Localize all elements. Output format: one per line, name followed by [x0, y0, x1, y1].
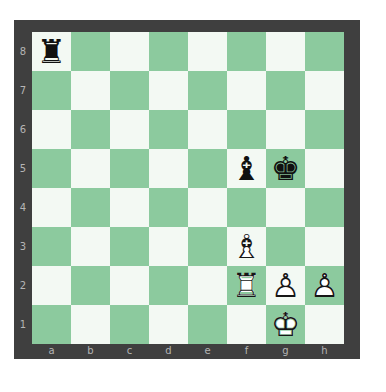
file-label-a: a — [32, 344, 71, 359]
square-h7[interactable] — [305, 71, 344, 110]
rank-label-5: 5 — [14, 149, 32, 188]
rank-label-2: 2 — [14, 266, 32, 305]
square-g1[interactable]: ♚♔ — [266, 305, 305, 344]
piece-outline-layer: ♗ — [232, 227, 262, 266]
square-c6[interactable] — [110, 110, 149, 149]
square-b8[interactable] — [71, 32, 110, 71]
square-e2[interactable] — [188, 266, 227, 305]
square-b1[interactable] — [71, 305, 110, 344]
rank-label-6: 6 — [14, 110, 32, 149]
chess-board-frame: 87654321 ♜♝♚♝♗♜♖♟♙♟♙♚♔ abcdefgh — [14, 20, 360, 359]
square-f6[interactable] — [227, 110, 266, 149]
square-c7[interactable] — [110, 71, 149, 110]
square-e8[interactable] — [188, 32, 227, 71]
rank-label-4: 4 — [14, 188, 32, 227]
square-f3[interactable]: ♝♗ — [227, 227, 266, 266]
square-d6[interactable] — [149, 110, 188, 149]
piece-black-bishop[interactable]: ♝ — [232, 149, 262, 188]
square-d2[interactable] — [149, 266, 188, 305]
square-f4[interactable] — [227, 188, 266, 227]
square-f2[interactable]: ♜♖ — [227, 266, 266, 305]
square-c1[interactable] — [110, 305, 149, 344]
rank-labels: 87654321 — [14, 32, 32, 344]
file-label-e: e — [188, 344, 227, 359]
square-f5[interactable]: ♝ — [227, 149, 266, 188]
square-d4[interactable] — [149, 188, 188, 227]
square-g5[interactable]: ♚ — [266, 149, 305, 188]
rank-label-8: 8 — [14, 32, 32, 71]
file-label-f: f — [227, 344, 266, 359]
piece-outline-layer: ♖ — [232, 266, 262, 305]
rank-label-3: 3 — [14, 227, 32, 266]
square-f8[interactable] — [227, 32, 266, 71]
file-label-b: b — [71, 344, 110, 359]
piece-white-king[interactable]: ♚♔ — [271, 305, 301, 344]
square-a8[interactable]: ♜ — [32, 32, 71, 71]
square-c4[interactable] — [110, 188, 149, 227]
piece-black-rook[interactable]: ♜ — [37, 32, 67, 71]
square-e5[interactable] — [188, 149, 227, 188]
square-d5[interactable] — [149, 149, 188, 188]
square-g7[interactable] — [266, 71, 305, 110]
piece-outline-layer: ♙ — [310, 266, 340, 305]
square-a4[interactable] — [32, 188, 71, 227]
piece-white-rook[interactable]: ♜♖ — [232, 266, 262, 305]
square-g4[interactable] — [266, 188, 305, 227]
square-c5[interactable] — [110, 149, 149, 188]
square-g8[interactable] — [266, 32, 305, 71]
file-label-c: c — [110, 344, 149, 359]
square-h6[interactable] — [305, 110, 344, 149]
square-g3[interactable] — [266, 227, 305, 266]
square-e7[interactable] — [188, 71, 227, 110]
square-c2[interactable] — [110, 266, 149, 305]
square-d3[interactable] — [149, 227, 188, 266]
piece-white-pawn[interactable]: ♟♙ — [310, 266, 340, 305]
square-g2[interactable]: ♟♙ — [266, 266, 305, 305]
square-a7[interactable] — [32, 71, 71, 110]
file-label-h: h — [305, 344, 344, 359]
square-a5[interactable] — [32, 149, 71, 188]
square-e6[interactable] — [188, 110, 227, 149]
file-labels: abcdefgh — [32, 344, 344, 359]
piece-outline-layer: ♙ — [271, 266, 301, 305]
square-a3[interactable] — [32, 227, 71, 266]
square-h4[interactable] — [305, 188, 344, 227]
file-label-d: d — [149, 344, 188, 359]
square-a6[interactable] — [32, 110, 71, 149]
piece-white-bishop[interactable]: ♝♗ — [232, 227, 262, 266]
rank-label-7: 7 — [14, 71, 32, 110]
square-b7[interactable] — [71, 71, 110, 110]
square-d7[interactable] — [149, 71, 188, 110]
square-h2[interactable]: ♟♙ — [305, 266, 344, 305]
square-b6[interactable] — [71, 110, 110, 149]
square-a2[interactable] — [32, 266, 71, 305]
square-h3[interactable] — [305, 227, 344, 266]
piece-outline-layer: ♔ — [271, 305, 301, 344]
square-h5[interactable] — [305, 149, 344, 188]
square-d1[interactable] — [149, 305, 188, 344]
square-f1[interactable] — [227, 305, 266, 344]
square-f7[interactable] — [227, 71, 266, 110]
piece-black-king[interactable]: ♚ — [271, 149, 301, 188]
chess-board[interactable]: ♜♝♚♝♗♜♖♟♙♟♙♚♔ — [32, 32, 344, 344]
piece-white-pawn[interactable]: ♟♙ — [271, 266, 301, 305]
square-a1[interactable] — [32, 305, 71, 344]
square-b4[interactable] — [71, 188, 110, 227]
rank-label-1: 1 — [14, 305, 32, 344]
square-b5[interactable] — [71, 149, 110, 188]
file-label-g: g — [266, 344, 305, 359]
square-c8[interactable] — [110, 32, 149, 71]
square-b3[interactable] — [71, 227, 110, 266]
square-h1[interactable] — [305, 305, 344, 344]
square-e4[interactable] — [188, 188, 227, 227]
square-c3[interactable] — [110, 227, 149, 266]
square-g6[interactable] — [266, 110, 305, 149]
square-b2[interactable] — [71, 266, 110, 305]
square-e3[interactable] — [188, 227, 227, 266]
square-e1[interactable] — [188, 305, 227, 344]
square-d8[interactable] — [149, 32, 188, 71]
square-h8[interactable] — [305, 32, 344, 71]
